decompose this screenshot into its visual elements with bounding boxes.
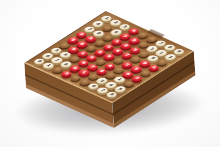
peg-digit: 3 xyxy=(53,48,60,52)
peg-digit: 8 xyxy=(108,92,115,96)
peg-digit: 9 xyxy=(175,49,182,53)
peg-digit: 7 xyxy=(157,41,164,45)
peg-digit: 9 xyxy=(106,54,113,58)
peg-digit: 4 xyxy=(62,53,69,57)
peg-digit: 2 xyxy=(124,63,131,67)
peg-digit: 3 xyxy=(133,67,140,71)
peg-digit: 4 xyxy=(95,22,102,26)
peg-digit: 5 xyxy=(150,56,157,60)
peg-digit: 1 xyxy=(150,65,157,69)
peg-digit: 7 xyxy=(123,53,130,57)
peg-digit: 2 xyxy=(158,51,165,55)
peg-digit: 8 xyxy=(63,62,70,66)
peg-digit: 4 xyxy=(106,64,113,68)
peg-digit: 1 xyxy=(103,16,110,20)
peg-digit: 6 xyxy=(44,54,51,58)
peg-digit: 3 xyxy=(99,79,106,83)
peg-digit: 7 xyxy=(86,27,93,31)
peg-digit: 3 xyxy=(167,55,174,59)
peg-digit: 6 xyxy=(80,61,87,65)
peg-digit: 7 xyxy=(89,65,96,69)
peg-digit: 6 xyxy=(114,49,121,53)
product-photo-scene: 1234789467812378123523567915689239124673… xyxy=(0,0,220,147)
peg-digit: 3 xyxy=(121,25,128,29)
peg-digit: 7 xyxy=(99,88,106,92)
peg-digit: 3 xyxy=(131,48,138,52)
peg-digit: 6 xyxy=(113,30,120,34)
peg-digit: 2 xyxy=(88,55,95,59)
peg-digit: 1 xyxy=(81,70,88,74)
peg-digit: 6 xyxy=(90,84,97,88)
peg-digit: 7 xyxy=(122,34,129,38)
peg-digit: 3 xyxy=(63,72,70,76)
wooden-box: 1234789467812378123523567915689239124673… xyxy=(0,0,220,147)
peg-digit: 7 xyxy=(133,76,140,80)
peg-digit: 1 xyxy=(149,46,156,50)
peg-digit: 9 xyxy=(141,61,148,65)
peg-digit: 2 xyxy=(122,44,129,48)
peg-digit: 6 xyxy=(124,72,131,76)
peg-digit: 4 xyxy=(108,83,115,87)
peg-digit: 1 xyxy=(45,63,52,67)
peg-digit: 5 xyxy=(105,45,112,49)
peg-digit: 1 xyxy=(113,39,120,43)
peg-digit: 7 xyxy=(53,58,60,62)
peg-digit: 5 xyxy=(70,38,77,42)
peg-digit: 6 xyxy=(79,42,86,46)
peg-digit: 2 xyxy=(112,21,119,25)
peg-digit: 4 xyxy=(130,29,137,33)
peg-digit: 2 xyxy=(78,32,85,36)
peg-digit: 9 xyxy=(36,59,43,63)
peg-digit: 8 xyxy=(131,38,138,42)
peg-digit: 5 xyxy=(117,87,124,91)
peg-digit: 8 xyxy=(166,45,173,49)
peg-digit: 1 xyxy=(116,77,123,81)
peg-digit: 3 xyxy=(87,37,94,41)
peg-digit: 8 xyxy=(97,50,104,54)
peg-digit: 1 xyxy=(79,51,86,55)
peg-digit: 8 xyxy=(98,69,105,73)
peg-digit: 9 xyxy=(72,66,79,70)
peg-digit: 8 xyxy=(95,31,102,35)
peg-digit: 9 xyxy=(70,47,77,51)
